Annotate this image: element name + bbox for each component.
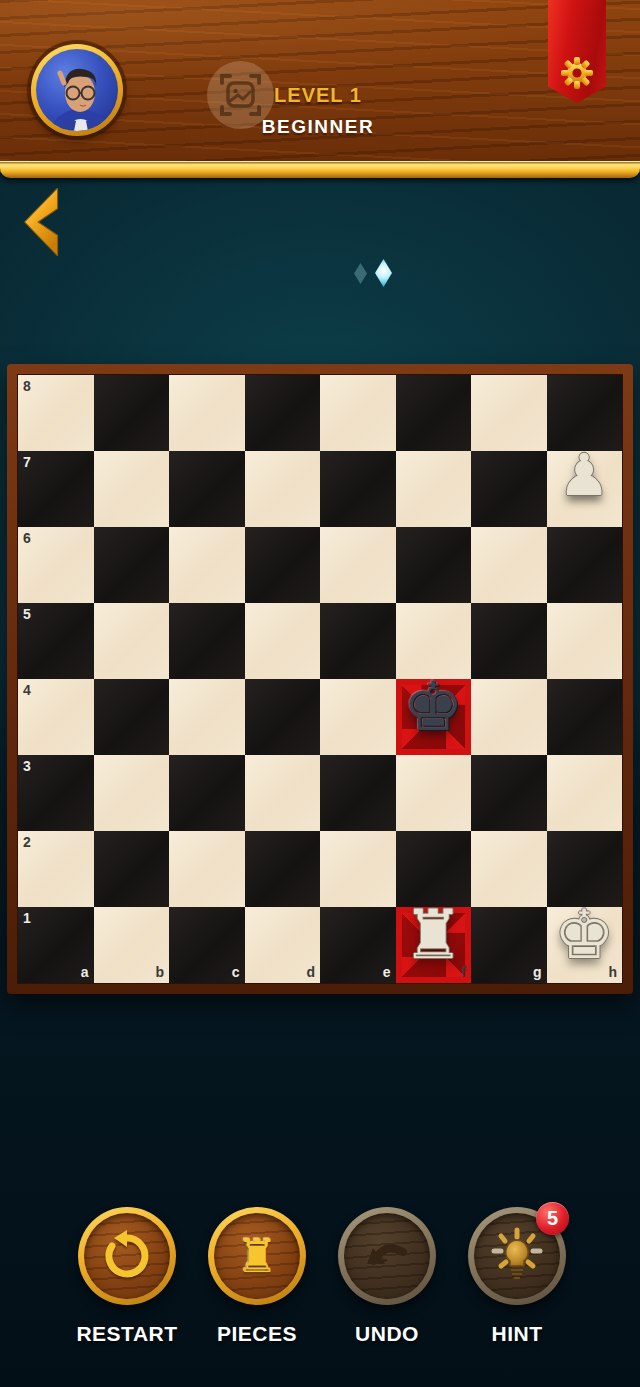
rank-label-2: 2	[23, 835, 31, 849]
square-b4[interactable]	[94, 679, 170, 755]
rank-label-1: 1	[23, 911, 31, 925]
file-label-c: c	[232, 965, 240, 979]
square-d4[interactable]	[245, 679, 321, 755]
piece-black-king-f4[interactable]: ♚	[396, 669, 472, 745]
square-f6[interactable]	[396, 527, 472, 603]
square-d7[interactable]	[245, 451, 321, 527]
square-f8[interactable]	[396, 375, 472, 451]
square-e4[interactable]	[320, 679, 396, 755]
pieces-button[interactable]: ♜	[208, 1207, 306, 1305]
square-b1[interactable]: b	[94, 907, 170, 983]
level-name: BEGINNER	[238, 116, 398, 138]
square-f1[interactable]: f♜	[396, 907, 472, 983]
rank-label-8: 8	[23, 379, 31, 393]
file-label-g: g	[533, 965, 542, 979]
piece-white-rook-f1[interactable]: ♜	[396, 897, 472, 973]
square-b2[interactable]	[94, 831, 170, 907]
lightbulb-icon	[488, 1227, 546, 1285]
rank-label-5: 5	[23, 607, 31, 621]
square-c5[interactable]	[169, 603, 245, 679]
settings-gear-icon	[560, 56, 594, 90]
file-label-b: b	[155, 965, 164, 979]
square-f4[interactable]: ♚	[396, 679, 472, 755]
rook-icon: ♜	[236, 1233, 277, 1279]
back-button[interactable]	[15, 188, 59, 256]
undo-button[interactable]	[338, 1207, 436, 1305]
avatar[interactable]	[31, 44, 123, 136]
square-g5[interactable]	[471, 603, 547, 679]
square-e1[interactable]: e	[320, 907, 396, 983]
square-c4[interactable]	[169, 679, 245, 755]
rank-label-3: 3	[23, 759, 31, 773]
sparkle-icon	[354, 263, 367, 284]
hint-button[interactable]: 5	[468, 1207, 566, 1305]
square-g8[interactable]	[471, 375, 547, 451]
square-g1[interactable]: g	[471, 907, 547, 983]
file-label-e: e	[383, 965, 391, 979]
square-c1[interactable]: c	[169, 907, 245, 983]
square-e7[interactable]	[320, 451, 396, 527]
square-a3[interactable]: 3	[18, 755, 94, 831]
level-label: LEVEL 1	[238, 84, 398, 107]
restart-button[interactable]	[78, 1207, 176, 1305]
file-label-a: a	[81, 965, 89, 979]
board-grid: 87♟654♚321abcdef♜gh♚	[18, 375, 622, 983]
square-g4[interactable]	[471, 679, 547, 755]
square-c2[interactable]	[169, 831, 245, 907]
sparkle-icon	[375, 259, 392, 287]
square-a8[interactable]: 8	[18, 375, 94, 451]
square-e5[interactable]	[320, 603, 396, 679]
undo-label: UNDO	[317, 1322, 457, 1346]
chess-board: 87♟654♚321abcdef♜gh♚	[7, 364, 633, 994]
restart-arrow-icon	[101, 1230, 153, 1282]
square-f7[interactable]	[396, 451, 472, 527]
square-c8[interactable]	[169, 375, 245, 451]
button-face	[344, 1213, 430, 1299]
pieces-label: PIECES	[187, 1322, 327, 1346]
hint-label: HINT	[447, 1322, 587, 1346]
undo-arrow-icon	[361, 1230, 413, 1282]
square-c6[interactable]	[169, 527, 245, 603]
header-gold-divider	[0, 161, 640, 178]
square-h7[interactable]: ♟	[547, 451, 623, 527]
header-bar: LEVEL 1 BEGINNER	[0, 0, 640, 178]
avatar-portrait	[36, 49, 118, 131]
square-b8[interactable]	[94, 375, 170, 451]
square-b3[interactable]	[94, 755, 170, 831]
square-d3[interactable]	[245, 755, 321, 831]
rank-label-4: 4	[23, 683, 31, 697]
square-a1[interactable]: 1a	[18, 907, 94, 983]
square-g6[interactable]	[471, 527, 547, 603]
square-g7[interactable]	[471, 451, 547, 527]
settings-button[interactable]	[548, 0, 606, 103]
square-b5[interactable]	[94, 603, 170, 679]
square-h1[interactable]: h♚	[547, 907, 623, 983]
file-label-d: d	[306, 965, 315, 979]
square-f3[interactable]	[396, 755, 472, 831]
square-g2[interactable]	[471, 831, 547, 907]
square-c3[interactable]	[169, 755, 245, 831]
button-face	[84, 1213, 170, 1299]
square-d5[interactable]	[245, 603, 321, 679]
square-a6[interactable]: 6	[18, 527, 94, 603]
square-h5[interactable]	[547, 603, 623, 679]
square-b6[interactable]	[94, 527, 170, 603]
square-d1[interactable]: d	[245, 907, 321, 983]
square-d8[interactable]	[245, 375, 321, 451]
square-h4[interactable]	[547, 679, 623, 755]
rank-label-6: 6	[23, 531, 31, 545]
square-h3[interactable]	[547, 755, 623, 831]
square-e3[interactable]	[320, 755, 396, 831]
square-e6[interactable]	[320, 527, 396, 603]
square-a5[interactable]: 5	[18, 603, 94, 679]
square-h6[interactable]	[547, 527, 623, 603]
rank-label-7: 7	[23, 455, 31, 469]
back-chevron-icon	[15, 188, 59, 256]
piece-white-king-h1[interactable]: ♚	[547, 897, 623, 973]
button-face: ♜	[214, 1213, 300, 1299]
square-g3[interactable]	[471, 755, 547, 831]
square-a7[interactable]: 7	[18, 451, 94, 527]
hint-count-badge: 5	[536, 1202, 569, 1235]
square-a2[interactable]: 2	[18, 831, 94, 907]
square-a4[interactable]: 4	[18, 679, 94, 755]
square-c7[interactable]	[169, 451, 245, 527]
square-b7[interactable]	[94, 451, 170, 527]
square-e8[interactable]	[320, 375, 396, 451]
piece-white-pawn-h7[interactable]: ♟	[547, 437, 623, 513]
square-d6[interactable]	[245, 527, 321, 603]
square-d2[interactable]	[245, 831, 321, 907]
square-e2[interactable]	[320, 831, 396, 907]
restart-label: RESTART	[57, 1322, 197, 1346]
